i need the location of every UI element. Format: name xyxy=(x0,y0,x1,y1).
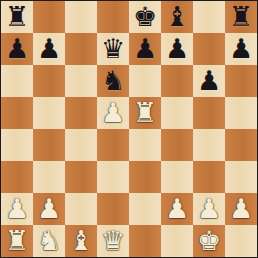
square-g7[interactable] xyxy=(193,33,225,65)
square-c8[interactable] xyxy=(65,1,97,33)
square-c7[interactable] xyxy=(65,33,97,65)
square-d2[interactable] xyxy=(97,193,129,225)
square-h4[interactable] xyxy=(225,129,257,161)
piece-white-bishop[interactable]: ♝ xyxy=(69,225,93,257)
piece-white-pawn[interactable]: ♟ xyxy=(37,193,61,225)
piece-white-pawn[interactable]: ♟ xyxy=(5,193,29,225)
square-e2[interactable] xyxy=(129,193,161,225)
square-e6[interactable] xyxy=(129,65,161,97)
piece-black-rook[interactable]: ♜ xyxy=(5,1,29,33)
square-g6[interactable]: ♟ xyxy=(193,65,225,97)
square-d3[interactable] xyxy=(97,161,129,193)
piece-white-king[interactable]: ♚ xyxy=(197,225,221,257)
square-d7[interactable]: ♛ xyxy=(97,33,129,65)
square-e8[interactable]: ♚ xyxy=(129,1,161,33)
square-b6[interactable] xyxy=(33,65,65,97)
square-d5[interactable]: ♟ xyxy=(97,97,129,129)
piece-black-pawn[interactable]: ♟ xyxy=(165,33,189,65)
square-e1[interactable] xyxy=(129,225,161,257)
square-h2[interactable]: ♟ xyxy=(225,193,257,225)
square-a8[interactable]: ♜ xyxy=(1,1,33,33)
square-e7[interactable]: ♟ xyxy=(129,33,161,65)
square-f1[interactable] xyxy=(161,225,193,257)
piece-white-rook[interactable]: ♜ xyxy=(5,225,29,257)
piece-white-pawn[interactable]: ♟ xyxy=(197,193,221,225)
square-e5[interactable]: ♜ xyxy=(129,97,161,129)
piece-black-pawn[interactable]: ♟ xyxy=(229,33,253,65)
square-b5[interactable] xyxy=(33,97,65,129)
square-c1[interactable]: ♝ xyxy=(65,225,97,257)
piece-black-pawn[interactable]: ♟ xyxy=(133,33,157,65)
square-a5[interactable] xyxy=(1,97,33,129)
piece-white-pawn[interactable]: ♟ xyxy=(229,193,253,225)
square-g1[interactable]: ♚ xyxy=(193,225,225,257)
square-b7[interactable]: ♟ xyxy=(33,33,65,65)
square-c6[interactable] xyxy=(65,65,97,97)
square-h1[interactable] xyxy=(225,225,257,257)
square-f7[interactable]: ♟ xyxy=(161,33,193,65)
square-f6[interactable] xyxy=(161,65,193,97)
square-f8[interactable]: ♝ xyxy=(161,1,193,33)
square-d1[interactable]: ♛ xyxy=(97,225,129,257)
square-d6[interactable]: ♞ xyxy=(97,65,129,97)
square-a7[interactable]: ♟ xyxy=(1,33,33,65)
square-f2[interactable]: ♟ xyxy=(161,193,193,225)
square-a4[interactable] xyxy=(1,129,33,161)
chess-board: ♜♚♝♜♟♟♛♟♟♟♞♟♟♜♟♟♟♟♟♜♞♝♛♚ xyxy=(0,0,258,258)
piece-white-knight[interactable]: ♞ xyxy=(37,225,61,257)
piece-black-pawn[interactable]: ♟ xyxy=(5,33,29,65)
piece-black-queen[interactable]: ♛ xyxy=(101,33,125,65)
square-g2[interactable]: ♟ xyxy=(193,193,225,225)
piece-black-knight[interactable]: ♞ xyxy=(101,65,125,97)
piece-black-rook[interactable]: ♜ xyxy=(229,1,253,33)
square-h7[interactable]: ♟ xyxy=(225,33,257,65)
square-h3[interactable] xyxy=(225,161,257,193)
square-b2[interactable]: ♟ xyxy=(33,193,65,225)
square-a1[interactable]: ♜ xyxy=(1,225,33,257)
square-g5[interactable] xyxy=(193,97,225,129)
square-b4[interactable] xyxy=(33,129,65,161)
square-g4[interactable] xyxy=(193,129,225,161)
square-a6[interactable] xyxy=(1,65,33,97)
square-d4[interactable] xyxy=(97,129,129,161)
square-b1[interactable]: ♞ xyxy=(33,225,65,257)
piece-black-king[interactable]: ♚ xyxy=(133,1,157,33)
square-h6[interactable] xyxy=(225,65,257,97)
square-d8[interactable] xyxy=(97,1,129,33)
piece-white-rook[interactable]: ♜ xyxy=(133,97,157,129)
square-b8[interactable] xyxy=(33,1,65,33)
square-e4[interactable] xyxy=(129,129,161,161)
square-b3[interactable] xyxy=(33,161,65,193)
square-c4[interactable] xyxy=(65,129,97,161)
square-f4[interactable] xyxy=(161,129,193,161)
square-c5[interactable] xyxy=(65,97,97,129)
piece-black-bishop[interactable]: ♝ xyxy=(165,1,189,33)
square-g8[interactable] xyxy=(193,1,225,33)
piece-white-queen[interactable]: ♛ xyxy=(101,225,125,257)
square-a3[interactable] xyxy=(1,161,33,193)
piece-white-pawn[interactable]: ♟ xyxy=(101,97,125,129)
chess-board-grid: ♜♚♝♜♟♟♛♟♟♟♞♟♟♜♟♟♟♟♟♜♞♝♛♚ xyxy=(1,1,257,257)
square-e3[interactable] xyxy=(129,161,161,193)
piece-black-pawn[interactable]: ♟ xyxy=(197,65,221,97)
square-h8[interactable]: ♜ xyxy=(225,1,257,33)
piece-white-pawn[interactable]: ♟ xyxy=(165,193,189,225)
piece-black-pawn[interactable]: ♟ xyxy=(37,33,61,65)
square-c3[interactable] xyxy=(65,161,97,193)
square-g3[interactable] xyxy=(193,161,225,193)
square-f3[interactable] xyxy=(161,161,193,193)
square-h5[interactable] xyxy=(225,97,257,129)
square-f5[interactable] xyxy=(161,97,193,129)
square-c2[interactable] xyxy=(65,193,97,225)
square-a2[interactable]: ♟ xyxy=(1,193,33,225)
